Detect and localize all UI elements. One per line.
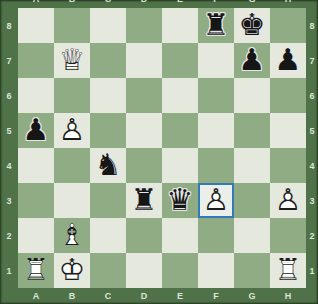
rank-label-8: 8 — [0, 8, 18, 43]
square-g2[interactable] — [234, 218, 270, 253]
square-h1[interactable]: ♜♖ — [270, 253, 306, 288]
square-c4[interactable]: ♞ — [90, 148, 126, 183]
file-label-h: H — [270, 0, 306, 8]
square-d4[interactable] — [126, 148, 162, 183]
rank-label-1: 1 — [306, 253, 318, 288]
black-king[interactable]: ♚ — [234, 8, 270, 43]
white-rook[interactable]: ♜♖ — [270, 253, 306, 288]
square-a3[interactable] — [18, 183, 54, 218]
square-f5[interactable] — [198, 113, 234, 148]
square-e4[interactable] — [162, 148, 198, 183]
black-knight-glyph: ♞ — [95, 149, 122, 179]
rank-label-5: 5 — [0, 113, 18, 148]
square-c5[interactable] — [90, 113, 126, 148]
square-a4[interactable] — [18, 148, 54, 183]
square-h3[interactable]: ♟♙ — [270, 183, 306, 218]
white-bishop-outline: ♗ — [59, 219, 86, 249]
square-e7[interactable] — [162, 43, 198, 78]
square-f8[interactable]: ♜ — [198, 8, 234, 43]
white-pawn[interactable]: ♟♙ — [54, 113, 90, 148]
square-c7[interactable] — [90, 43, 126, 78]
white-king-outline: ♔ — [59, 254, 86, 284]
chess-board: ♜♚♛♕♟♟♟♟♙♞♜♛♟♙♟♙♝♗♜♖♚♔♜♖ — [18, 8, 306, 288]
black-rook[interactable]: ♜ — [198, 8, 234, 43]
rank-label-8: 8 — [306, 8, 318, 43]
white-pawn-outline: ♙ — [203, 184, 230, 214]
square-h5[interactable] — [270, 113, 306, 148]
square-a6[interactable] — [18, 78, 54, 113]
square-d2[interactable] — [126, 218, 162, 253]
rank-label-5: 5 — [306, 113, 318, 148]
black-knight[interactable]: ♞ — [90, 148, 126, 183]
square-b3[interactable] — [54, 183, 90, 218]
square-d7[interactable] — [126, 43, 162, 78]
square-e6[interactable] — [162, 78, 198, 113]
white-pawn-outline: ♙ — [275, 184, 302, 214]
square-c2[interactable] — [90, 218, 126, 253]
square-f3[interactable]: ♟♙ — [198, 183, 234, 218]
square-d3[interactable]: ♜ — [126, 183, 162, 218]
rank-labels-right: 87654321 — [306, 8, 318, 288]
square-g8[interactable]: ♚ — [234, 8, 270, 43]
black-rook[interactable]: ♜ — [126, 183, 162, 218]
white-pawn[interactable]: ♟♙ — [198, 183, 234, 218]
square-a7[interactable] — [18, 43, 54, 78]
black-rook-glyph: ♜ — [131, 184, 158, 214]
white-queen[interactable]: ♛♕ — [54, 43, 90, 78]
square-b6[interactable] — [54, 78, 90, 113]
white-rook[interactable]: ♜♖ — [18, 253, 54, 288]
file-label-f: F — [198, 288, 234, 304]
file-label-c: C — [90, 0, 126, 8]
white-bishop[interactable]: ♝♗ — [54, 218, 90, 253]
file-label-h: H — [270, 288, 306, 304]
square-c8[interactable] — [90, 8, 126, 43]
file-label-e: E — [162, 288, 198, 304]
black-queen-glyph: ♛ — [167, 184, 194, 214]
square-a5[interactable]: ♟ — [18, 113, 54, 148]
square-h7[interactable]: ♟ — [270, 43, 306, 78]
square-b4[interactable] — [54, 148, 90, 183]
square-d8[interactable] — [126, 8, 162, 43]
white-rook-outline: ♖ — [23, 254, 50, 284]
chess-board-frame: ABCDEFGH 87654321 87654321 ♜♚♛♕♟♟♟♟♙♞♜♛♟… — [0, 0, 318, 304]
black-pawn[interactable]: ♟ — [18, 113, 54, 148]
black-pawn-glyph: ♟ — [275, 44, 302, 74]
file-label-e: E — [162, 0, 198, 8]
square-e3[interactable]: ♛ — [162, 183, 198, 218]
square-g1[interactable] — [234, 253, 270, 288]
file-label-d: D — [126, 0, 162, 8]
black-rook-glyph: ♜ — [203, 9, 230, 39]
rank-label-7: 7 — [0, 43, 18, 78]
rank-label-7: 7 — [306, 43, 318, 78]
black-pawn-glyph: ♟ — [239, 44, 266, 74]
square-e1[interactable] — [162, 253, 198, 288]
rank-label-4: 4 — [0, 148, 18, 183]
rank-label-2: 2 — [0, 218, 18, 253]
square-c1[interactable] — [90, 253, 126, 288]
square-f6[interactable] — [198, 78, 234, 113]
black-king-glyph: ♚ — [239, 9, 266, 39]
black-queen[interactable]: ♛ — [162, 183, 198, 218]
square-h4[interactable] — [270, 148, 306, 183]
rank-label-6: 6 — [0, 78, 18, 113]
square-b5[interactable]: ♟♙ — [54, 113, 90, 148]
rank-label-1: 1 — [0, 253, 18, 288]
square-b7[interactable]: ♛♕ — [54, 43, 90, 78]
square-f7[interactable] — [198, 43, 234, 78]
rank-labels-left: 87654321 — [0, 8, 18, 288]
square-d1[interactable] — [126, 253, 162, 288]
square-h8[interactable] — [270, 8, 306, 43]
square-f4[interactable] — [198, 148, 234, 183]
square-c6[interactable] — [90, 78, 126, 113]
file-label-b: B — [54, 288, 90, 304]
rank-label-6: 6 — [306, 78, 318, 113]
white-pawn[interactable]: ♟♙ — [270, 183, 306, 218]
white-rook-outline: ♖ — [275, 254, 302, 284]
file-label-c: C — [90, 288, 126, 304]
square-e5[interactable] — [162, 113, 198, 148]
square-g5[interactable] — [234, 113, 270, 148]
square-g3[interactable] — [234, 183, 270, 218]
square-b8[interactable] — [54, 8, 90, 43]
square-g4[interactable] — [234, 148, 270, 183]
file-label-g: G — [234, 288, 270, 304]
rank-label-2: 2 — [306, 218, 318, 253]
square-a2[interactable] — [18, 218, 54, 253]
rank-label-3: 3 — [306, 183, 318, 218]
square-a8[interactable] — [18, 8, 54, 43]
square-h2[interactable] — [270, 218, 306, 253]
square-b2[interactable]: ♝♗ — [54, 218, 90, 253]
square-h6[interactable] — [270, 78, 306, 113]
file-label-a: A — [18, 288, 54, 304]
square-g7[interactable]: ♟ — [234, 43, 270, 78]
square-e8[interactable] — [162, 8, 198, 43]
file-label-d: D — [126, 288, 162, 304]
white-king[interactable]: ♚♔ — [54, 253, 90, 288]
square-f1[interactable] — [198, 253, 234, 288]
black-pawn-glyph: ♟ — [23, 114, 50, 144]
rank-label-4: 4 — [306, 148, 318, 183]
white-pawn-outline: ♙ — [59, 114, 86, 144]
black-pawn[interactable]: ♟ — [234, 43, 270, 78]
square-a1[interactable]: ♜♖ — [18, 253, 54, 288]
file-label-a: A — [18, 0, 54, 8]
file-label-b: B — [54, 0, 90, 8]
square-c3[interactable] — [90, 183, 126, 218]
square-b1[interactable]: ♚♔ — [54, 253, 90, 288]
square-d5[interactable] — [126, 113, 162, 148]
rank-label-3: 3 — [0, 183, 18, 218]
square-g6[interactable] — [234, 78, 270, 113]
square-d6[interactable] — [126, 78, 162, 113]
square-e2[interactable] — [162, 218, 198, 253]
square-f2[interactable] — [198, 218, 234, 253]
black-pawn[interactable]: ♟ — [270, 43, 306, 78]
white-queen-outline: ♕ — [59, 44, 86, 74]
file-labels-bottom: ABCDEFGH — [18, 288, 306, 304]
